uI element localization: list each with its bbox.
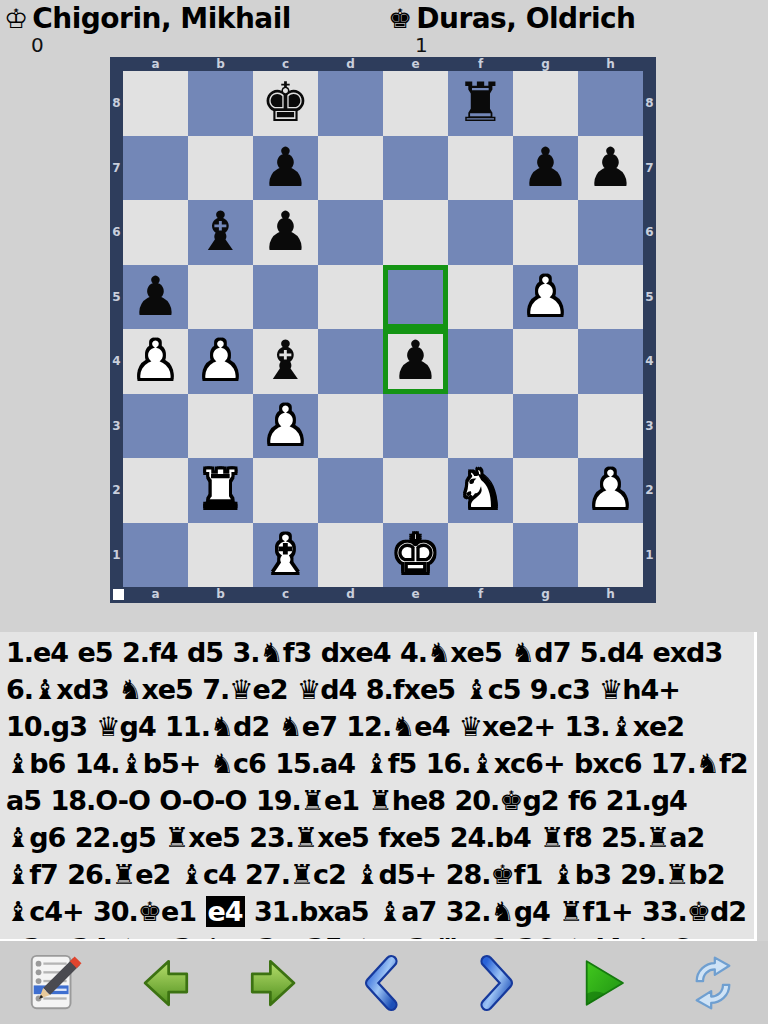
piece-wP: ♟ — [261, 394, 309, 458]
square-c6[interactable]: ♟ — [253, 200, 318, 265]
square-b8[interactable] — [188, 71, 253, 136]
rank-labels-right: 87654321 — [643, 71, 656, 587]
blue-chevron-left-icon — [355, 954, 413, 1012]
file-label-c: c — [253, 587, 318, 603]
square-a6[interactable] — [123, 200, 188, 265]
piece-bP: ♟ — [391, 329, 439, 393]
white-player-name: Chigorin, Mikhail — [32, 2, 291, 35]
rank-label-7: 7 — [110, 136, 123, 201]
square-f7[interactable] — [448, 136, 513, 201]
file-label-a: a — [123, 57, 188, 71]
white-score: 0 — [0, 33, 384, 57]
square-d4[interactable] — [318, 329, 383, 394]
moves-before-current: 1.e4 e5 2.f4 d5 3.♞f3 dxe4 4.♞xe5 ♞d7 5.… — [6, 637, 747, 927]
rank-label-8: 8 — [643, 71, 656, 136]
rank-label-5: 5 — [110, 265, 123, 330]
previous-game-button[interactable] — [132, 950, 198, 1016]
square-b2[interactable]: ♜ — [188, 458, 253, 523]
green-play-icon — [574, 954, 632, 1012]
square-d2[interactable] — [318, 458, 383, 523]
file-label-h: h — [578, 587, 643, 603]
rank-label-5: 5 — [643, 265, 656, 330]
square-f6[interactable] — [448, 200, 513, 265]
square-a2[interactable] — [123, 458, 188, 523]
square-e1[interactable]: ♚ — [383, 523, 448, 588]
rank-label-6: 6 — [110, 200, 123, 265]
next-game-button[interactable] — [241, 950, 307, 1016]
piece-wP: ♟ — [521, 265, 569, 329]
square-d7[interactable] — [318, 136, 383, 201]
autoplay-button[interactable] — [570, 950, 636, 1016]
piece-bB: ♝ — [261, 329, 309, 393]
rank-label-6: 6 — [643, 200, 656, 265]
rank-label-4: 4 — [110, 329, 123, 394]
square-h6[interactable] — [578, 200, 643, 265]
white-king-icon: ♔ — [4, 4, 28, 34]
square-c2[interactable] — [253, 458, 318, 523]
square-b7[interactable] — [188, 136, 253, 201]
square-d3[interactable] — [318, 394, 383, 459]
square-h8[interactable] — [578, 71, 643, 136]
rank-label-7: 7 — [643, 136, 656, 201]
square-e4[interactable]: ♟ — [383, 329, 448, 394]
move-list[interactable]: 1.e4 e5 2.f4 d5 3.♞f3 dxe4 4.♞xe5 ♞d7 5.… — [0, 632, 757, 941]
file-labels-bottom: abcdefgh — [110, 587, 656, 603]
piece-bR: ♜ — [456, 71, 504, 135]
file-label-g: g — [513, 57, 578, 71]
square-f8[interactable]: ♜ — [448, 71, 513, 136]
square-h7[interactable]: ♟ — [578, 136, 643, 201]
rank-label-8: 8 — [110, 71, 123, 136]
square-e5[interactable] — [383, 265, 448, 330]
square-f5[interactable] — [448, 265, 513, 330]
file-label-b: b — [188, 57, 253, 71]
square-g3[interactable] — [513, 394, 578, 459]
square-a5[interactable]: ♟ — [123, 265, 188, 330]
piece-bB: ♝ — [196, 200, 244, 264]
square-g7[interactable]: ♟ — [513, 136, 578, 201]
file-labels-top: abcdefgh — [110, 57, 656, 71]
blue-chevron-right-icon — [465, 954, 523, 1012]
players-header: ♔ Chigorin, Mikhail 0 ♚ Duras, Oldrich 1 — [0, 0, 768, 56]
square-g6[interactable] — [513, 200, 578, 265]
refresh-button[interactable] — [680, 950, 746, 1016]
board-squares: ♚♜♟♟♟♝♟♟♟♟♟♝♟♟♜♞♟♝♚ — [123, 71, 643, 587]
square-e2[interactable] — [383, 458, 448, 523]
square-g8[interactable] — [513, 71, 578, 136]
square-h5[interactable] — [578, 265, 643, 330]
piece-bP: ♟ — [261, 136, 309, 200]
piece-wP: ♟ — [196, 329, 244, 393]
square-d5[interactable] — [318, 265, 383, 330]
square-a7[interactable] — [123, 136, 188, 201]
square-c4[interactable]: ♝ — [253, 329, 318, 394]
green-arrow-left-icon — [136, 954, 194, 1012]
white-player-block: ♔ Chigorin, Mikhail 0 — [0, 0, 384, 56]
square-h4[interactable] — [578, 329, 643, 394]
square-f2[interactable]: ♞ — [448, 458, 513, 523]
rank-label-2: 2 — [110, 458, 123, 523]
rank-label-1: 1 — [643, 523, 656, 588]
piece-wR: ♜ — [196, 458, 244, 522]
black-player-name: Duras, Oldrich — [416, 2, 635, 35]
square-c3[interactable]: ♟ — [253, 394, 318, 459]
piece-wN: ♞ — [456, 458, 504, 522]
square-h1[interactable] — [578, 523, 643, 588]
square-f3[interactable] — [448, 394, 513, 459]
square-a4[interactable]: ♟ — [123, 329, 188, 394]
file-label-d: d — [318, 587, 383, 603]
piece-wK: ♚ — [391, 523, 439, 587]
square-h2[interactable]: ♟ — [578, 458, 643, 523]
square-e8[interactable] — [383, 71, 448, 136]
piece-wP: ♟ — [586, 458, 634, 522]
square-b1[interactable] — [188, 523, 253, 588]
square-a3[interactable] — [123, 394, 188, 459]
rank-label-1: 1 — [110, 523, 123, 588]
file-label-c: c — [253, 57, 318, 71]
file-label-a: a — [123, 587, 188, 603]
square-d8[interactable] — [318, 71, 383, 136]
annotate-button[interactable] — [22, 950, 88, 1016]
file-label-d: d — [318, 57, 383, 71]
square-a8[interactable] — [123, 71, 188, 136]
square-e6[interactable] — [383, 200, 448, 265]
file-label-e: e — [383, 57, 448, 71]
file-label-g: g — [513, 587, 578, 603]
square-c8[interactable]: ♚ — [253, 71, 318, 136]
square-h3[interactable] — [578, 394, 643, 459]
piece-wB: ♝ — [261, 523, 309, 587]
notepad-pencil-icon — [24, 952, 86, 1014]
square-a1[interactable] — [123, 523, 188, 588]
black-king-icon: ♚ — [388, 4, 412, 34]
square-f1[interactable] — [448, 523, 513, 588]
piece-bP: ♟ — [586, 136, 634, 200]
rank-label-2: 2 — [643, 458, 656, 523]
piece-bP: ♟ — [131, 265, 179, 329]
square-d1[interactable] — [318, 523, 383, 588]
square-b6[interactable]: ♝ — [188, 200, 253, 265]
piece-wP: ♟ — [131, 329, 179, 393]
rank-label-3: 3 — [643, 394, 656, 459]
current-move[interactable]: e4 — [206, 896, 245, 927]
square-b3[interactable] — [188, 394, 253, 459]
previous-move-button[interactable] — [351, 950, 417, 1016]
square-c7[interactable]: ♟ — [253, 136, 318, 201]
piece-bP: ♟ — [261, 200, 309, 264]
square-c5[interactable] — [253, 265, 318, 330]
next-move-button[interactable] — [461, 950, 527, 1016]
side-to-move-marker — [113, 589, 124, 600]
piece-bK: ♚ — [261, 71, 309, 135]
rank-labels-left: 87654321 — [110, 71, 123, 587]
square-f4[interactable] — [448, 329, 513, 394]
black-player-block: ♚ Duras, Oldrich 1 — [384, 0, 768, 56]
square-c1[interactable]: ♝ — [253, 523, 318, 588]
square-d6[interactable] — [318, 200, 383, 265]
piece-bP: ♟ — [521, 136, 569, 200]
file-label-h: h — [578, 57, 643, 71]
square-e7[interactable] — [383, 136, 448, 201]
square-e3[interactable] — [383, 394, 448, 459]
file-label-b: b — [188, 587, 253, 603]
chess-board: abcdefgh 87654321 ♚♜♟♟♟♝♟♟♟♟♟♝♟♟♜♞♟♝♚ 87… — [110, 57, 656, 603]
square-b4[interactable]: ♟ — [188, 329, 253, 394]
file-label-f: f — [448, 587, 513, 603]
square-g4[interactable] — [513, 329, 578, 394]
rank-label-4: 4 — [643, 329, 656, 394]
rank-label-3: 3 — [110, 394, 123, 459]
square-b5[interactable] — [188, 265, 253, 330]
square-g2[interactable] — [513, 458, 578, 523]
square-g5[interactable]: ♟ — [513, 265, 578, 330]
square-g1[interactable] — [513, 523, 578, 588]
blue-refresh-icon — [684, 954, 742, 1012]
file-label-e: e — [383, 587, 448, 603]
file-label-f: f — [448, 57, 513, 71]
black-score: 1 — [384, 33, 768, 57]
navigation-toolbar — [0, 941, 768, 1024]
green-arrow-right-icon — [245, 954, 303, 1012]
